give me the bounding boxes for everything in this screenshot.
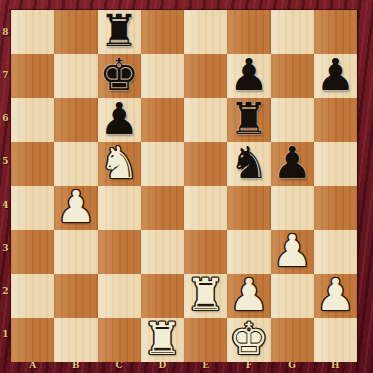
square-e4[interactable] [184,186,227,230]
square-c6[interactable]: ♟ [98,98,141,142]
square-f2[interactable]: ♟ [227,274,270,318]
square-d6[interactable] [141,98,184,142]
square-f8[interactable] [227,10,270,54]
square-c7[interactable]: ♚ [98,54,141,98]
square-e7[interactable] [184,54,227,98]
square-h6[interactable] [314,98,357,142]
rank-label-3: 3 [0,226,11,269]
rank-label-2: 2 [0,270,11,313]
square-b4[interactable]: ♟ [54,186,97,230]
square-b2[interactable] [54,274,97,318]
white-pawn[interactable]: ♟ [272,229,311,273]
square-e1[interactable] [184,318,227,362]
square-e2[interactable]: ♜ [184,274,227,318]
black-king[interactable]: ♚ [99,53,138,97]
square-d1[interactable]: ♜ [141,318,184,362]
square-c2[interactable] [98,274,141,318]
square-b8[interactable] [54,10,97,54]
rank-label-1: 1 [0,313,11,356]
black-rook[interactable]: ♜ [229,97,268,141]
square-d4[interactable] [141,186,184,230]
square-g1[interactable] [271,318,314,362]
square-e8[interactable] [184,10,227,54]
square-h8[interactable] [314,10,357,54]
black-pawn[interactable]: ♟ [99,97,138,141]
square-a5[interactable] [11,142,54,186]
square-d3[interactable] [141,230,184,274]
square-c4[interactable] [98,186,141,230]
rank-labels: 87654321 [0,10,11,356]
square-e3[interactable] [184,230,227,274]
black-pawn[interactable]: ♟ [316,53,355,97]
square-b5[interactable] [54,142,97,186]
square-f1[interactable]: ♚ [227,318,270,362]
square-b3[interactable] [54,230,97,274]
square-g4[interactable] [271,186,314,230]
square-b6[interactable] [54,98,97,142]
square-g3[interactable]: ♟ [271,230,314,274]
white-rook[interactable]: ♜ [186,273,225,317]
square-d5[interactable] [141,142,184,186]
white-knight[interactable]: ♞ [99,141,138,185]
white-pawn[interactable]: ♟ [229,273,268,317]
square-h1[interactable] [314,318,357,362]
square-h5[interactable] [314,142,357,186]
square-d8[interactable] [141,10,184,54]
white-pawn[interactable]: ♟ [316,273,355,317]
square-c1[interactable] [98,318,141,362]
square-e5[interactable] [184,142,227,186]
square-f3[interactable] [227,230,270,274]
square-a2[interactable] [11,274,54,318]
square-b1[interactable] [54,318,97,362]
white-king[interactable]: ♚ [229,317,268,361]
square-a4[interactable] [11,186,54,230]
black-pawn[interactable]: ♟ [229,53,268,97]
square-g8[interactable] [271,10,314,54]
square-h7[interactable]: ♟ [314,54,357,98]
square-c3[interactable] [98,230,141,274]
square-a8[interactable] [11,10,54,54]
square-a1[interactable] [11,318,54,362]
black-knight[interactable]: ♞ [229,141,268,185]
square-g5[interactable]: ♟ [271,142,314,186]
square-c8[interactable]: ♜ [98,10,141,54]
rank-label-4: 4 [0,183,11,226]
square-e6[interactable] [184,98,227,142]
square-f4[interactable] [227,186,270,230]
black-rook[interactable]: ♜ [99,9,138,53]
square-d2[interactable] [141,274,184,318]
white-pawn[interactable]: ♟ [56,185,95,229]
rank-label-7: 7 [0,53,11,96]
square-b7[interactable] [54,54,97,98]
chessboard: ♜♚♟♟♟♜♞♞♟♟♟♜♟♟♜♚ [11,10,357,356]
white-rook[interactable]: ♜ [143,317,182,361]
square-f5[interactable]: ♞ [227,142,270,186]
square-h3[interactable] [314,230,357,274]
rank-label-5: 5 [0,140,11,183]
square-g7[interactable] [271,54,314,98]
square-g6[interactable] [271,98,314,142]
black-pawn[interactable]: ♟ [272,141,311,185]
square-d7[interactable] [141,54,184,98]
square-a3[interactable] [11,230,54,274]
square-f6[interactable]: ♜ [227,98,270,142]
square-a6[interactable] [11,98,54,142]
chessboard-frame: 87654321 ABCDEFGH ♜♚♟♟♟♜♞♞♟♟♟♜♟♟♜♚ [0,0,373,373]
square-h2[interactable]: ♟ [314,274,357,318]
rank-label-6: 6 [0,97,11,140]
rank-label-8: 8 [0,10,11,53]
square-g2[interactable] [271,274,314,318]
square-a7[interactable] [11,54,54,98]
square-f7[interactable]: ♟ [227,54,270,98]
square-h4[interactable] [314,186,357,230]
square-c5[interactable]: ♞ [98,142,141,186]
